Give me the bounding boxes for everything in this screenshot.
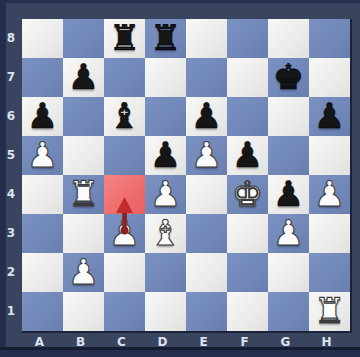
- square-d2[interactable]: [145, 253, 186, 292]
- square-d1[interactable]: [145, 292, 186, 331]
- frame-top-edge: [0, 0, 360, 3]
- square-e1[interactable]: [186, 292, 227, 331]
- black-pawn[interactable]: ♟: [309, 97, 350, 136]
- square-a4[interactable]: [22, 175, 63, 214]
- square-c5[interactable]: [104, 136, 145, 175]
- square-c2[interactable]: [104, 253, 145, 292]
- white-bishop[interactable]: ♝: [145, 214, 186, 253]
- black-pawn[interactable]: ♟: [227, 136, 268, 175]
- square-b5[interactable]: [63, 136, 104, 175]
- square-h1[interactable]: ♜: [309, 292, 350, 331]
- black-pawn[interactable]: ♟: [186, 97, 227, 136]
- square-b2[interactable]: ♟: [63, 253, 104, 292]
- square-e8[interactable]: [186, 19, 227, 58]
- square-f6[interactable]: [227, 97, 268, 136]
- square-c4[interactable]: [104, 175, 145, 214]
- square-d5[interactable]: ♟: [145, 136, 186, 175]
- square-g4[interactable]: ♟: [268, 175, 309, 214]
- rank-label-8: 8: [0, 19, 22, 58]
- square-c1[interactable]: [104, 292, 145, 331]
- black-rook[interactable]: ♜: [104, 19, 145, 58]
- square-d8[interactable]: ♜: [145, 19, 186, 58]
- square-f2[interactable]: [227, 253, 268, 292]
- square-e3[interactable]: [186, 214, 227, 253]
- square-e7[interactable]: [186, 58, 227, 97]
- square-c6[interactable]: ♝: [104, 97, 145, 136]
- white-pawn[interactable]: ♟: [104, 214, 145, 253]
- rank-label-3: 3: [0, 214, 22, 253]
- white-rook[interactable]: ♜: [63, 175, 104, 214]
- square-g5[interactable]: [268, 136, 309, 175]
- black-king[interactable]: ♚: [268, 58, 309, 97]
- square-h8[interactable]: [309, 19, 350, 58]
- square-g1[interactable]: [268, 292, 309, 331]
- square-h5[interactable]: [309, 136, 350, 175]
- black-pawn[interactable]: ♟: [63, 58, 104, 97]
- black-rook[interactable]: ♜: [145, 19, 186, 58]
- chess-board-window: 87654321 ABCDEFGH ♜♜♟♚♟♝♟♟♟♟♟♟♜♟♚♟♟♟♝♟♟♜: [0, 0, 360, 357]
- square-g3[interactable]: ♟: [268, 214, 309, 253]
- square-c3[interactable]: ♟: [104, 214, 145, 253]
- rank-label-1: 1: [0, 292, 22, 331]
- square-g8[interactable]: [268, 19, 309, 58]
- square-e4[interactable]: [186, 175, 227, 214]
- rank-label-4: 4: [0, 175, 22, 214]
- black-pawn[interactable]: ♟: [145, 136, 186, 175]
- black-bishop[interactable]: ♝: [104, 97, 145, 136]
- square-f5[interactable]: ♟: [227, 136, 268, 175]
- white-pawn[interactable]: ♟: [22, 136, 63, 175]
- square-f7[interactable]: [227, 58, 268, 97]
- square-f3[interactable]: [227, 214, 268, 253]
- square-f8[interactable]: [227, 19, 268, 58]
- white-pawn[interactable]: ♟: [268, 214, 309, 253]
- rank-label-2: 2: [0, 253, 22, 292]
- square-e5[interactable]: ♟: [186, 136, 227, 175]
- square-b8[interactable]: [63, 19, 104, 58]
- square-f1[interactable]: [227, 292, 268, 331]
- square-b1[interactable]: [63, 292, 104, 331]
- rank-label-7: 7: [0, 58, 22, 97]
- square-a2[interactable]: [22, 253, 63, 292]
- square-h4[interactable]: ♟: [309, 175, 350, 214]
- square-f4[interactable]: ♚: [227, 175, 268, 214]
- square-a1[interactable]: [22, 292, 63, 331]
- square-b3[interactable]: [63, 214, 104, 253]
- square-h2[interactable]: [309, 253, 350, 292]
- square-b4[interactable]: ♜: [63, 175, 104, 214]
- white-rook[interactable]: ♜: [309, 292, 350, 331]
- white-pawn[interactable]: ♟: [63, 253, 104, 292]
- square-b7[interactable]: ♟: [63, 58, 104, 97]
- white-pawn[interactable]: ♟: [309, 175, 350, 214]
- square-e6[interactable]: ♟: [186, 97, 227, 136]
- square-d4[interactable]: ♟: [145, 175, 186, 214]
- square-g2[interactable]: [268, 253, 309, 292]
- frame-bottom-edge: [0, 347, 360, 357]
- square-h7[interactable]: [309, 58, 350, 97]
- black-pawn[interactable]: ♟: [22, 97, 63, 136]
- white-king[interactable]: ♚: [227, 175, 268, 214]
- rank-label-6: 6: [0, 97, 22, 136]
- square-h3[interactable]: [309, 214, 350, 253]
- square-c8[interactable]: ♜: [104, 19, 145, 58]
- white-pawn[interactable]: ♟: [145, 175, 186, 214]
- square-b6[interactable]: [63, 97, 104, 136]
- square-d6[interactable]: [145, 97, 186, 136]
- square-h6[interactable]: ♟: [309, 97, 350, 136]
- square-a5[interactable]: ♟: [22, 136, 63, 175]
- chess-board[interactable]: ♜♜♟♚♟♝♟♟♟♟♟♟♜♟♚♟♟♟♝♟♟♜: [22, 19, 352, 333]
- square-a8[interactable]: [22, 19, 63, 58]
- rank-label-5: 5: [0, 136, 22, 175]
- square-g7[interactable]: ♚: [268, 58, 309, 97]
- square-a6[interactable]: ♟: [22, 97, 63, 136]
- square-d3[interactable]: ♝: [145, 214, 186, 253]
- square-a7[interactable]: [22, 58, 63, 97]
- square-a3[interactable]: [22, 214, 63, 253]
- square-c7[interactable]: [104, 58, 145, 97]
- square-d7[interactable]: [145, 58, 186, 97]
- square-g6[interactable]: [268, 97, 309, 136]
- square-e2[interactable]: [186, 253, 227, 292]
- white-pawn[interactable]: ♟: [186, 136, 227, 175]
- black-pawn[interactable]: ♟: [268, 175, 309, 214]
